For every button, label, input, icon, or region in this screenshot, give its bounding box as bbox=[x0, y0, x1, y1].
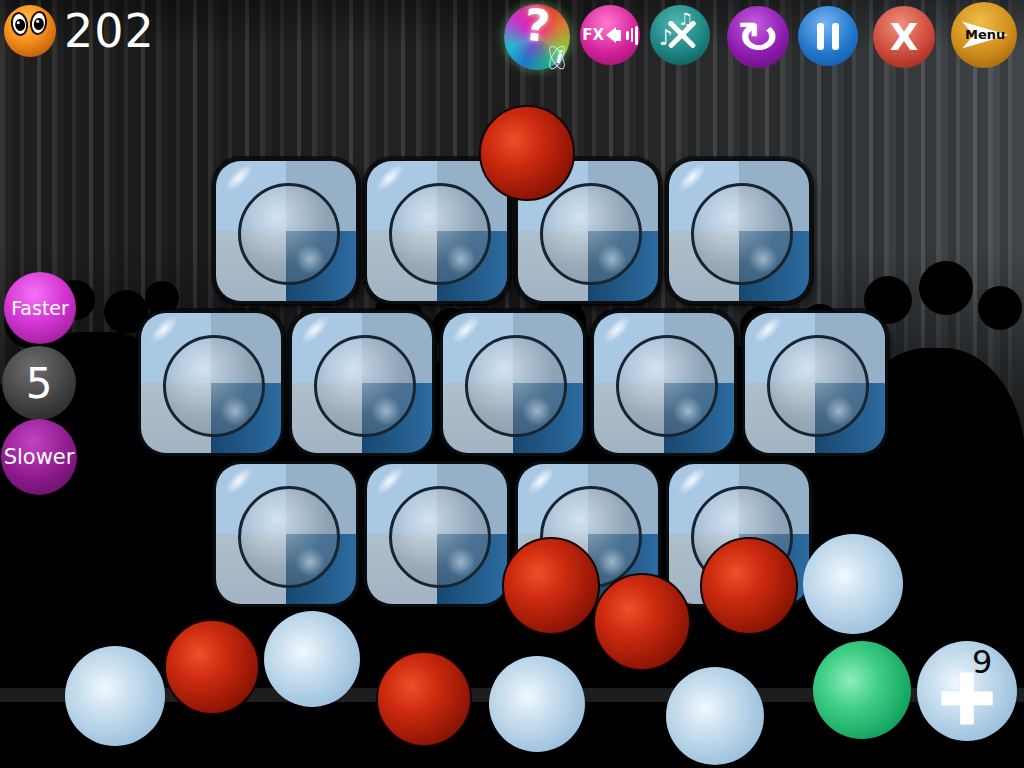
slot-circle bbox=[238, 486, 340, 588]
green-ball[interactable] bbox=[813, 641, 911, 739]
slot-circle bbox=[314, 335, 416, 437]
slot-tile-r3c2[interactable] bbox=[364, 461, 510, 607]
slot-tile-r2c2[interactable] bbox=[289, 310, 435, 456]
slot-circle bbox=[389, 183, 491, 285]
menu-label: Menu bbox=[965, 27, 1005, 42]
faster-button[interactable]: Faster bbox=[4, 272, 76, 344]
menu-button[interactable]: Menu bbox=[951, 2, 1017, 68]
speed-value-badge: 5 bbox=[2, 346, 76, 420]
red-ball[interactable] bbox=[502, 537, 600, 635]
help-button[interactable]: ? i bbox=[504, 4, 570, 70]
left-eye bbox=[9, 11, 30, 38]
game-stage: 9 + 202 Faster 5 Slower ? i FX ♪ bbox=[0, 0, 1024, 768]
speaker-body bbox=[616, 30, 621, 41]
right-pupil bbox=[33, 17, 45, 30]
close-button[interactable]: X bbox=[873, 6, 935, 68]
slot-tile-r1c4[interactable] bbox=[666, 158, 812, 304]
slot-circle bbox=[465, 335, 567, 437]
left-pupil bbox=[14, 18, 26, 32]
pause-button[interactable] bbox=[798, 6, 858, 66]
sound-wave-bar bbox=[631, 28, 634, 42]
info-i-glyph: i bbox=[542, 47, 574, 67]
pause-bar-icon bbox=[832, 23, 839, 50]
plus-icon: + bbox=[917, 653, 1017, 739]
sound-wave-bar bbox=[635, 26, 638, 45]
slot-circle bbox=[767, 335, 869, 437]
slot-tile-r1c1[interactable] bbox=[213, 158, 359, 304]
red-ball[interactable] bbox=[376, 651, 472, 747]
audience-head-silhouette bbox=[919, 261, 973, 315]
sound-wave-bar bbox=[626, 31, 629, 40]
slot-circle bbox=[389, 486, 491, 588]
right-eye bbox=[28, 10, 48, 36]
slot-tile-r3c1[interactable] bbox=[213, 461, 359, 607]
speaker-icon bbox=[606, 27, 616, 43]
speed-value-text: 5 bbox=[26, 359, 53, 408]
pause-bar-icon bbox=[817, 23, 824, 50]
blue-ball[interactable] bbox=[666, 667, 764, 765]
slot-circle bbox=[163, 335, 265, 437]
add-ball-dispenser-button[interactable]: 9 + bbox=[917, 641, 1017, 741]
red-ball[interactable] bbox=[593, 573, 691, 671]
slot-circle bbox=[238, 183, 340, 285]
audience-head-silhouette bbox=[978, 286, 1022, 330]
slot-circle bbox=[540, 183, 642, 285]
close-x-icon: X bbox=[890, 16, 919, 59]
slot-circle bbox=[616, 335, 718, 437]
slower-label: Slower bbox=[4, 445, 75, 469]
fx-label: FX bbox=[582, 26, 604, 44]
slot-circle bbox=[691, 183, 793, 285]
eyes-icon bbox=[4, 5, 56, 57]
score-value: 202 bbox=[64, 4, 155, 58]
slot-tile-r2c4[interactable] bbox=[591, 310, 737, 456]
blue-ball[interactable] bbox=[264, 611, 360, 707]
blue-ball[interactable] bbox=[803, 534, 903, 634]
info-atom-icon: i bbox=[542, 42, 574, 74]
sound-fx-toggle-button[interactable]: FX bbox=[580, 5, 640, 65]
replay-loop-icon: ↻ bbox=[736, 13, 780, 61]
slot-tile-r2c3[interactable] bbox=[440, 310, 586, 456]
red-ball[interactable] bbox=[164, 619, 260, 715]
replay-button[interactable]: ↻ bbox=[727, 6, 789, 68]
music-off-toggle-button[interactable]: ♪ ♫ bbox=[650, 5, 710, 65]
faster-label: Faster bbox=[11, 297, 69, 319]
red-ball[interactable] bbox=[479, 105, 575, 201]
score-hud: 202 bbox=[4, 4, 155, 58]
slower-button[interactable]: Slower bbox=[1, 419, 77, 495]
blue-ball[interactable] bbox=[65, 646, 165, 746]
blue-ball[interactable] bbox=[489, 656, 585, 752]
slot-tile-r2c1[interactable] bbox=[138, 310, 284, 456]
red-ball[interactable] bbox=[700, 537, 798, 635]
slot-tile-r2c5[interactable] bbox=[742, 310, 888, 456]
